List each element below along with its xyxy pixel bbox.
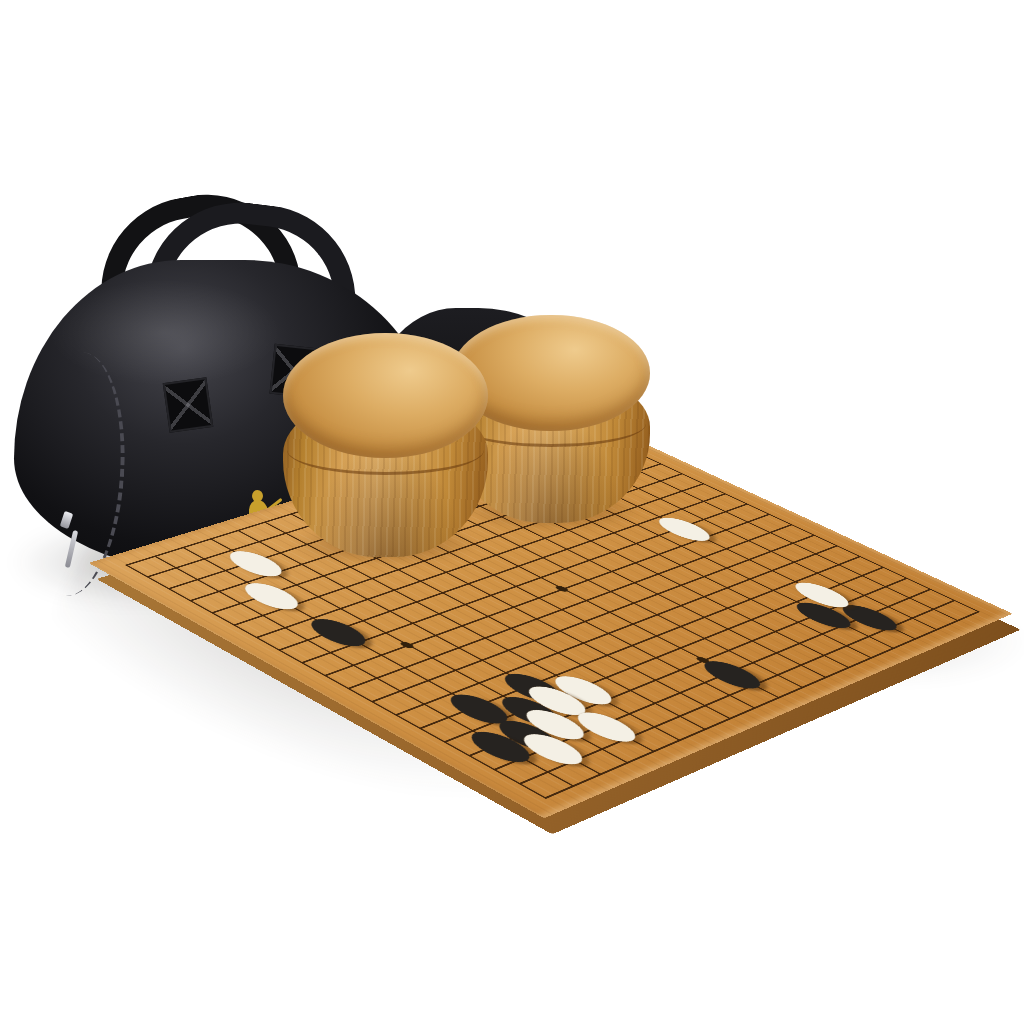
bowl-lid-rim	[287, 425, 484, 475]
stone-black-K3: ●	[680, 650, 773, 695]
go-set-product-photo: ·Y M I· ●●●●●●●●●●●●●●●●●●	[0, 0, 1024, 1024]
stone-white-C15: ●	[221, 572, 311, 614]
go-bowl-left	[283, 333, 488, 557]
stone-black-C12: ●	[287, 608, 379, 652]
handle-stitch-patch-left	[163, 377, 214, 433]
